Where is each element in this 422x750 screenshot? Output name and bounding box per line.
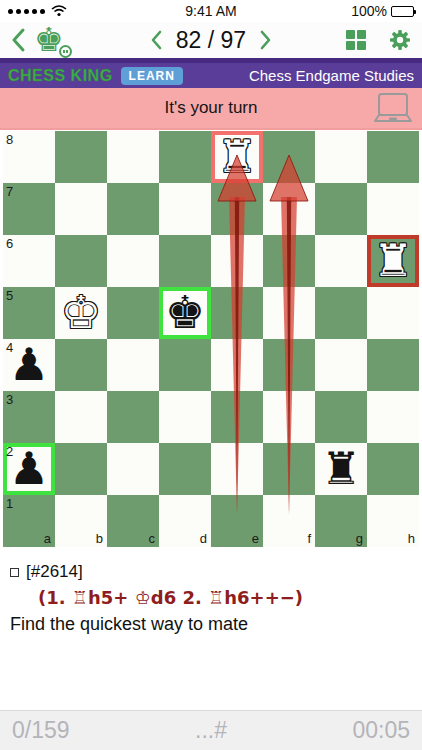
file-label-g: g	[356, 531, 363, 546]
course-title: Chess Endgame Studies	[249, 67, 414, 84]
computer-icon[interactable]	[372, 92, 414, 126]
square-b6[interactable]	[55, 235, 107, 287]
square-h7[interactable]	[367, 183, 419, 235]
square-e6[interactable]	[211, 235, 263, 287]
square-d3[interactable]	[159, 391, 211, 443]
timer[interactable]: 00:05	[352, 717, 410, 744]
white-king-b5[interactable]: ♚	[55, 287, 107, 339]
file-label-a: a	[44, 531, 51, 546]
logo-face	[59, 45, 72, 58]
score-counter: 0/159	[12, 717, 70, 744]
square-c1[interactable]: c	[107, 495, 159, 547]
square-f8[interactable]	[263, 131, 315, 183]
annotation-area: [#2614] (1. ♖h5+ ♔d6 2. ♖h6++−) Find the…	[0, 548, 422, 710]
square-f7[interactable]	[263, 183, 315, 235]
square-a6[interactable]: 6	[3, 235, 55, 287]
turn-text: It's your turn	[164, 98, 257, 118]
square-h3[interactable]	[367, 391, 419, 443]
square-g5[interactable]	[315, 287, 367, 339]
square-a4[interactable]: 4♟	[3, 339, 55, 391]
battery-icon	[391, 6, 414, 17]
square-d1[interactable]: d	[159, 495, 211, 547]
square-b8[interactable]	[55, 131, 107, 183]
square-h5[interactable]	[367, 287, 419, 339]
square-c5[interactable]	[107, 287, 159, 339]
black-rook-g2[interactable]: ♜	[315, 443, 367, 495]
square-c3[interactable]	[107, 391, 159, 443]
status-bar: 9:41 AM 100%	[0, 0, 422, 22]
square-a8[interactable]: 8	[3, 131, 55, 183]
square-c8[interactable]	[107, 131, 159, 183]
black-king-d5[interactable]: ♚	[159, 287, 211, 339]
square-c4[interactable]	[107, 339, 159, 391]
square-d4[interactable]	[159, 339, 211, 391]
square-a2[interactable]: 2♟	[3, 443, 55, 495]
file-label-h: h	[408, 531, 415, 546]
square-f2[interactable]	[263, 443, 315, 495]
square-f1[interactable]: f	[263, 495, 315, 547]
square-d2[interactable]	[159, 443, 211, 495]
rank-label-3: 3	[6, 392, 13, 407]
square-h6[interactable]: ♜	[367, 235, 419, 287]
brand-bar: CHESS KING LEARN Chess Endgame Studies	[0, 58, 422, 88]
square-c2[interactable]	[107, 443, 159, 495]
file-label-c: c	[149, 531, 156, 546]
square-e3[interactable]	[211, 391, 263, 443]
learn-badge: LEARN	[121, 67, 183, 85]
square-b5[interactable]: ♚	[55, 287, 107, 339]
settings-gear-icon[interactable]	[388, 28, 412, 52]
rank-label-5: 5	[6, 288, 13, 303]
board-area: 8♜76♜5♚♚4♟32♟♜1abcdefgh	[0, 130, 422, 548]
rank-label-6: 6	[6, 236, 13, 251]
square-a5[interactable]: 5	[3, 287, 55, 339]
brand-name: CHESS KING	[8, 67, 113, 85]
rank-label-7: 7	[6, 184, 13, 199]
rank-label-8: 8	[6, 132, 13, 147]
square-f3[interactable]	[263, 391, 315, 443]
rank-label-4: 4	[6, 340, 13, 355]
file-label-f: f	[307, 531, 311, 546]
file-label-b: b	[96, 531, 103, 546]
rank-label-1: 1	[6, 496, 13, 511]
file-label-e: e	[252, 531, 259, 546]
chess-king-logo[interactable]: ♚	[34, 22, 70, 58]
square-b3[interactable]	[55, 391, 107, 443]
square-e1[interactable]: e	[211, 495, 263, 547]
square-e8[interactable]: ♜	[211, 131, 263, 183]
exercise-grid-icon[interactable]	[346, 30, 366, 50]
square-d7[interactable]	[159, 183, 211, 235]
square-e5[interactable]	[211, 287, 263, 339]
square-g7[interactable]	[315, 183, 367, 235]
square-g3[interactable]	[315, 391, 367, 443]
square-e7[interactable]	[211, 183, 263, 235]
square-f4[interactable]	[263, 339, 315, 391]
square-c6[interactable]	[107, 235, 159, 287]
square-f5[interactable]	[263, 287, 315, 339]
square-g8[interactable]	[315, 131, 367, 183]
square-h4[interactable]	[367, 339, 419, 391]
square-h2[interactable]	[367, 443, 419, 495]
square-g4[interactable]	[315, 339, 367, 391]
prev-exercise-chevron-icon[interactable]	[150, 30, 162, 50]
solution-line: (1. ♖h5+ ♔d6 2. ♖h6++−)	[38, 587, 412, 608]
file-label-d: d	[200, 531, 207, 546]
square-d8[interactable]	[159, 131, 211, 183]
square-b7[interactable]	[55, 183, 107, 235]
square-b4[interactable]	[55, 339, 107, 391]
white-rook-e8[interactable]: ♜	[211, 131, 263, 183]
white-square-bullet	[10, 568, 19, 577]
square-a7[interactable]: 7	[3, 183, 55, 235]
square-d5[interactable]: ♚	[159, 287, 211, 339]
rank-label-2: 2	[6, 444, 13, 459]
nav-bar: ♚ 82 / 97	[0, 22, 422, 58]
square-f6[interactable]	[263, 235, 315, 287]
square-d6[interactable]	[159, 235, 211, 287]
square-e4[interactable]	[211, 339, 263, 391]
exercise-counter: 82 / 97	[176, 27, 246, 54]
square-e2[interactable]	[211, 443, 263, 495]
turn-banner: It's your turn	[0, 88, 422, 130]
next-exercise-chevron-icon[interactable]	[260, 30, 272, 50]
square-a3[interactable]: 3	[3, 391, 55, 443]
exercise-id: [#2614]	[26, 562, 83, 582]
square-h8[interactable]	[367, 131, 419, 183]
status-time: 9:41 AM	[0, 3, 422, 19]
footer-bar: 0/159 ...# 00:05	[0, 710, 422, 750]
square-g6[interactable]	[315, 235, 367, 287]
square-a1[interactable]: 1a	[3, 495, 55, 547]
square-h1[interactable]: h	[367, 495, 419, 547]
white-rook-h6[interactable]: ♜	[367, 235, 419, 287]
square-b2[interactable]	[55, 443, 107, 495]
square-b1[interactable]: b	[55, 495, 107, 547]
square-c7[interactable]	[107, 183, 159, 235]
chess-board[interactable]: 8♜76♜5♚♚4♟32♟♜1abcdefgh	[3, 131, 419, 547]
footer-center-label: ...#	[195, 717, 227, 744]
square-g1[interactable]: g	[315, 495, 367, 547]
task-text: Find the quickest way to mate	[10, 614, 412, 635]
square-g2[interactable]: ♜	[315, 443, 367, 495]
